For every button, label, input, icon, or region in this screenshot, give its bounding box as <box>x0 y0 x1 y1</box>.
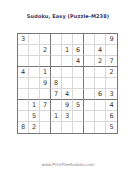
cell-r7c4 <box>51 100 62 111</box>
cell-r4c2 <box>29 67 40 78</box>
cell-r7c8 <box>95 100 106 111</box>
sudoku-board: 392164427412987463179545136825 <box>17 33 118 134</box>
cell-r5c2 <box>29 78 40 89</box>
cell-r4c4 <box>51 67 62 78</box>
cell-r8c8 <box>95 111 106 122</box>
cell-r6c4: 7 <box>51 89 62 100</box>
cell-r2c1 <box>18 45 29 56</box>
cell-r3c5 <box>62 56 73 67</box>
cell-r7c9: 4 <box>106 100 117 111</box>
cell-r5c5 <box>62 78 73 89</box>
cell-r4c6 <box>73 67 84 78</box>
cell-r9c6 <box>73 122 84 133</box>
cell-r6c7 <box>84 89 95 100</box>
cell-r4c1: 4 <box>18 67 29 78</box>
cell-r1c5 <box>62 34 73 45</box>
cell-r6c8: 6 <box>95 89 106 100</box>
cell-r1c4 <box>51 34 62 45</box>
cell-r9c4 <box>51 122 62 133</box>
cell-r8c4: 1 <box>51 111 62 122</box>
cell-r4c7 <box>84 67 95 78</box>
cell-r2c5: 1 <box>62 45 73 56</box>
cell-r7c5: 9 <box>62 100 73 111</box>
cell-r5c1 <box>18 78 29 89</box>
cell-r2c4 <box>51 45 62 56</box>
cell-r6c2 <box>29 89 40 100</box>
cell-r8c6 <box>73 111 84 122</box>
cell-r9c2: 2 <box>29 122 40 133</box>
cell-r4c5 <box>62 67 73 78</box>
cell-r8c1 <box>18 111 29 122</box>
cell-r1c1: 3 <box>18 34 29 45</box>
cell-r7c3: 7 <box>40 100 51 111</box>
cell-r2c7 <box>84 45 95 56</box>
cell-r6c6 <box>73 89 84 100</box>
cell-r4c8 <box>95 67 106 78</box>
cell-r6c9: 3 <box>106 89 117 100</box>
puzzle-title: Sudoku, Easy (Puzzle-M238) <box>0 13 136 19</box>
cell-r2c2 <box>29 45 40 56</box>
cell-r8c5: 3 <box>62 111 73 122</box>
cell-r1c2 <box>29 34 40 45</box>
cell-r4c3: 1 <box>40 67 51 78</box>
cell-r1c6 <box>73 34 84 45</box>
cell-r1c7 <box>84 34 95 45</box>
cell-r3c9: 7 <box>106 56 117 67</box>
cell-r8c2: 5 <box>29 111 40 122</box>
cell-r9c5 <box>62 122 73 133</box>
cell-r8c9: 6 <box>106 111 117 122</box>
cell-r8c3 <box>40 111 51 122</box>
cell-r5c4: 8 <box>51 78 62 89</box>
cell-r3c6: 4 <box>73 56 84 67</box>
cell-r4c9: 2 <box>106 67 117 78</box>
cell-r3c7 <box>84 56 95 67</box>
cell-r6c3 <box>40 89 51 100</box>
cell-r9c9: 5 <box>106 122 117 133</box>
cell-r3c8: 2 <box>95 56 106 67</box>
cell-r9c1: 8 <box>18 122 29 133</box>
cell-r7c1 <box>18 100 29 111</box>
cell-r8c7 <box>84 111 95 122</box>
cell-r1c3 <box>40 34 51 45</box>
footer-url: www.PrintFreeSudoku.com <box>0 162 136 167</box>
cell-r2c3: 2 <box>40 45 51 56</box>
cell-r9c7 <box>84 122 95 133</box>
cell-r3c2 <box>29 56 40 67</box>
cell-r5c7 <box>84 78 95 89</box>
cell-r3c1 <box>18 56 29 67</box>
cell-r7c7 <box>84 100 95 111</box>
cell-r1c8 <box>95 34 106 45</box>
cell-r1c9: 9 <box>106 34 117 45</box>
cell-r9c3 <box>40 122 51 133</box>
cell-r2c8: 4 <box>95 45 106 56</box>
cell-r2c6: 6 <box>73 45 84 56</box>
cell-r5c3: 9 <box>40 78 51 89</box>
cell-r9c8 <box>95 122 106 133</box>
cell-r7c6: 5 <box>73 100 84 111</box>
cell-r6c1 <box>18 89 29 100</box>
cell-r7c2: 1 <box>29 100 40 111</box>
cell-r5c9 <box>106 78 117 89</box>
cell-r5c6 <box>73 78 84 89</box>
cell-r3c4 <box>51 56 62 67</box>
cell-r3c3 <box>40 56 51 67</box>
cell-r2c9 <box>106 45 117 56</box>
cell-r6c5: 4 <box>62 89 73 100</box>
cell-r5c8 <box>95 78 106 89</box>
